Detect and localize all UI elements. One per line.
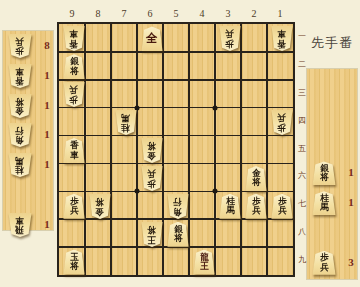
- piece-kanji: 歩: [70, 95, 79, 105]
- hand-count-角行: 1: [40, 128, 54, 140]
- star-point: [135, 189, 140, 194]
- hand-count-飛車: 1: [40, 218, 54, 230]
- piece-kanji: 歩: [16, 46, 25, 56]
- gote-captured-tray[interactable]: 歩兵8香車1金将1角行1桂馬1飛車1: [2, 30, 54, 231]
- hand-count-香車: 1: [40, 69, 54, 81]
- file-label-9: 9: [62, 8, 82, 19]
- piece-kanji: 香: [70, 39, 79, 49]
- piece-kanji: 兵: [278, 206, 287, 216]
- grid-line-h: [59, 135, 293, 137]
- piece-kanji: 桂: [122, 123, 131, 133]
- piece-kanji: 馬: [226, 206, 235, 216]
- rank-label-4: 四: [296, 115, 308, 126]
- grid-line-h: [59, 51, 293, 53]
- piece-kanji: 将: [148, 225, 157, 235]
- rank-label-1: 一: [296, 31, 308, 42]
- piece-kanji: 将: [174, 234, 183, 244]
- piece-kanji: 兵: [70, 206, 79, 216]
- file-label-5: 5: [166, 8, 186, 19]
- piece-kanji: 将: [148, 141, 157, 151]
- star-point: [213, 189, 218, 194]
- piece-kanji: 将: [320, 173, 329, 183]
- shogi-board[interactable]: 香車全歩兵香車銀将歩兵桂馬歩兵香車金将歩兵金将歩兵金将角行桂馬歩兵歩兵王将銀将玉…: [57, 22, 295, 277]
- piece-kanji: 行: [174, 197, 183, 207]
- piece-kanji: 兵: [16, 37, 25, 47]
- piece-kanji: 香: [278, 39, 287, 49]
- piece-kanji: 全: [146, 32, 157, 45]
- grid-line-v: [162, 24, 164, 275]
- piece-kanji: 金: [148, 151, 157, 161]
- shogi-app-window: 香車全歩兵香車銀将歩兵桂馬歩兵香車金将歩兵金将歩兵金将角行桂馬歩兵歩兵王将銀将玉…: [0, 0, 360, 287]
- grid-line-v: [266, 24, 268, 275]
- piece-kanji: 香: [16, 76, 25, 86]
- grid-line-v: [188, 24, 190, 275]
- grid-line-v: [136, 24, 138, 275]
- piece-kanji: 将: [252, 178, 261, 188]
- star-point: [135, 105, 140, 110]
- hand-count-桂馬: 1: [40, 158, 54, 170]
- piece-kanji: 馬: [122, 113, 131, 123]
- rank-label-3: 三: [296, 87, 308, 98]
- file-label-2: 2: [244, 8, 264, 19]
- rank-label-2: 二: [296, 59, 308, 70]
- hand-count-金将: 1: [40, 99, 54, 111]
- piece-kanji: 歩: [226, 39, 235, 49]
- piece-kanji: 歩: [148, 178, 157, 188]
- piece-kanji: 角: [16, 135, 25, 145]
- piece-kanji: 将: [96, 197, 105, 207]
- hand-count-銀将: 1: [344, 166, 358, 178]
- piece-kanji: 金: [96, 206, 105, 216]
- piece-kanji: 兵: [148, 169, 157, 179]
- file-label-6: 6: [140, 8, 160, 19]
- grid-line-v: [84, 24, 86, 275]
- grid-line-v: [110, 24, 112, 275]
- piece-kanji: 兵: [70, 85, 79, 95]
- grid-line-v: [240, 24, 242, 275]
- file-label-3: 3: [218, 8, 238, 19]
- piece-kanji: 兵: [226, 29, 235, 39]
- turn-indicator: 先手番: [311, 34, 353, 52]
- piece-kanji: 角: [174, 206, 183, 216]
- file-label-7: 7: [114, 8, 134, 19]
- file-label-8: 8: [88, 8, 108, 19]
- piece-kanji: 車: [16, 215, 25, 225]
- piece-kanji: 兵: [252, 206, 261, 216]
- piece-kanji: 行: [16, 126, 25, 136]
- grid-line-h: [59, 107, 293, 109]
- piece-kanji: 兵: [320, 263, 329, 273]
- piece-kanji: 飛: [16, 225, 25, 235]
- piece-kanji: 兵: [278, 113, 287, 123]
- piece-kanji: 車: [278, 29, 287, 39]
- grid-line-h: [59, 79, 293, 81]
- piece-kanji: 将: [70, 262, 79, 272]
- piece-kanji: 桂: [16, 165, 25, 175]
- piece-kanji: 歩: [278, 123, 287, 133]
- file-label-1: 1: [270, 8, 290, 19]
- piece-kanji: 王: [200, 262, 209, 272]
- piece-kanji: 車: [16, 66, 25, 76]
- piece-kanji: 馬: [16, 156, 25, 166]
- piece-kanji: 車: [70, 29, 79, 39]
- rank-label-5: 五: [296, 143, 308, 154]
- piece-kanji: 将: [16, 96, 25, 106]
- hand-count-桂馬: 1: [344, 196, 358, 208]
- hand-count-歩兵: 3: [344, 256, 358, 268]
- piece-kanji: 王: [148, 234, 157, 244]
- grid-line-h: [59, 163, 293, 165]
- piece-kanji: 将: [70, 67, 79, 77]
- grid-line-v: [214, 24, 216, 275]
- rank-label-8: 八: [296, 226, 308, 237]
- sente-captured-tray[interactable]: 銀将1桂馬1歩兵3: [306, 68, 358, 280]
- file-label-4: 4: [192, 8, 212, 19]
- piece-kanji: 金: [16, 106, 25, 116]
- piece-kanji: 車: [70, 151, 79, 161]
- rank-label-7: 七: [296, 198, 308, 209]
- piece-kanji: 馬: [320, 203, 329, 213]
- rank-label-6: 六: [296, 170, 308, 181]
- hand-count-歩兵: 8: [40, 39, 54, 51]
- star-point: [213, 105, 218, 110]
- rank-label-9: 九: [296, 254, 308, 265]
